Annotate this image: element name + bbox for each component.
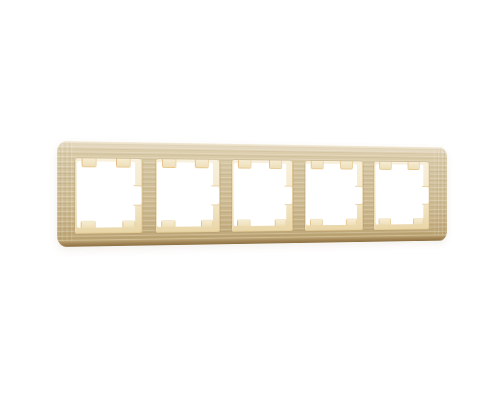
- mount-tab-top-right: [408, 162, 420, 170]
- window-opening: [157, 162, 213, 227]
- window-opening: [306, 163, 357, 225]
- mount-tab-top-left: [82, 158, 97, 167]
- frame-window-1: [75, 158, 142, 234]
- mount-tab-top-left: [310, 161, 323, 169]
- mount-tab-bottom-left: [379, 218, 391, 224]
- mount-tab-bottom-right: [122, 220, 135, 227]
- frame-bottom-edge: [57, 235, 447, 247]
- claw-notch: [133, 185, 142, 205]
- claw-notch: [422, 186, 429, 205]
- brushed-texture-right-end: [435, 147, 448, 240]
- brushed-texture-left-end: [57, 141, 73, 247]
- frame-window-4: [305, 161, 363, 231]
- claw-notch: [355, 186, 363, 205]
- mount-tab-top-right: [269, 160, 282, 168]
- five-gang-frame: [57, 141, 447, 247]
- mount-tab-top-left: [162, 159, 176, 167]
- claw-notch: [285, 186, 293, 205]
- mount-tab-bottom-right: [413, 218, 423, 224]
- mount-tab-bottom-left: [310, 219, 323, 226]
- mount-tab-top-right: [340, 161, 353, 169]
- frame-face: [57, 141, 447, 247]
- mount-tab-top-right: [116, 159, 131, 167]
- frame-window-2: [155, 159, 219, 233]
- frame-top-highlight: [57, 141, 447, 150]
- window-opening: [375, 164, 423, 225]
- mount-tab-bottom-right: [275, 219, 287, 226]
- window-opening: [233, 162, 286, 226]
- mount-tab-top-right: [194, 160, 208, 168]
- mount-tab-bottom-left: [81, 221, 96, 228]
- product-photo-canvas: [0, 0, 500, 400]
- mount-tab-bottom-right: [200, 220, 212, 227]
- mount-tab-bottom-left: [237, 219, 251, 226]
- frame-window-5: [374, 162, 429, 230]
- mount-tab-top-left: [379, 162, 391, 170]
- mount-tab-bottom-right: [345, 218, 356, 224]
- window-opening: [76, 161, 135, 228]
- claw-notch: [211, 185, 220, 205]
- mount-tab-bottom-left: [161, 220, 175, 227]
- mount-tab-top-left: [238, 160, 252, 168]
- frame-window-3: [232, 160, 293, 232]
